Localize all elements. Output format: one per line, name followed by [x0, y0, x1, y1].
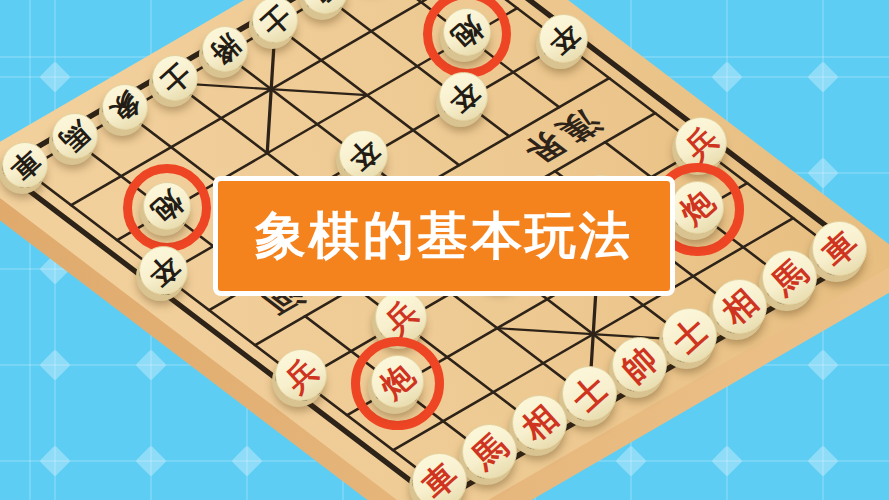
piece-character: 帥 — [616, 341, 663, 388]
piece-red-士[interactable]: 士 — [662, 308, 717, 363]
piece-character: 士 — [666, 312, 713, 359]
piece-red-相[interactable]: 相 — [512, 395, 567, 450]
piece-character: 相 — [716, 283, 763, 330]
piece-black-卒[interactable]: 卒 — [539, 14, 588, 63]
piece-character: 卒 — [343, 134, 384, 175]
piece-red-馬[interactable]: 馬 — [462, 424, 517, 479]
piece-red-炮[interactable]: 炮 — [671, 181, 724, 234]
bg-diamond — [135, 445, 166, 476]
piece-character: 將 — [205, 29, 245, 69]
piece-character: 兵 — [279, 353, 323, 397]
piece-character: 車 — [5, 145, 45, 185]
piece-red-兵[interactable]: 兵 — [275, 349, 327, 401]
piece-character: 馬 — [55, 116, 95, 156]
title-banner: 象棋的基本玩法 — [213, 176, 675, 296]
piece-character: 炮 — [447, 12, 488, 53]
grid-line — [225, 54, 409, 194]
bg-diamond — [711, 61, 742, 92]
piece-red-車[interactable]: 車 — [812, 221, 867, 276]
bg-diamond — [807, 61, 838, 92]
piece-character: 兵 — [679, 121, 723, 165]
bg-diamond — [807, 349, 838, 380]
piece-character: 卒 — [143, 250, 184, 291]
piece-character: 士 — [566, 370, 613, 417]
bg-diamond — [39, 61, 70, 92]
scene: 楚河漢界 車馬象士將士象馬車炮炮卒卒卒卒卒兵兵兵兵兵炮炮車馬相士帥士相馬車 象棋… — [0, 0, 889, 500]
piece-red-車[interactable]: 車 — [412, 453, 467, 500]
piece-character: 車 — [416, 457, 463, 500]
piece-black-卒[interactable]: 卒 — [139, 246, 188, 295]
piece-red-士[interactable]: 士 — [562, 366, 617, 421]
piece-character: 車 — [816, 225, 863, 272]
page-title: 象棋的基本玩法 — [255, 202, 633, 271]
piece-red-相[interactable]: 相 — [712, 279, 767, 334]
piece-red-帥[interactable]: 帥 — [612, 337, 667, 392]
piece-black-卒[interactable]: 卒 — [339, 130, 388, 179]
piece-character: 馬 — [766, 254, 813, 301]
piece-character: 卒 — [543, 18, 584, 59]
bg-diamond — [231, 445, 262, 476]
bg-diamond — [135, 349, 166, 380]
piece-red-馬[interactable]: 馬 — [762, 250, 817, 305]
bg-diamond — [807, 445, 838, 476]
piece-character: 馬 — [466, 428, 513, 475]
piece-red-兵[interactable]: 兵 — [675, 117, 727, 169]
piece-character: 相 — [516, 399, 563, 446]
bg-diamond — [615, 445, 646, 476]
bg-diamond — [807, 157, 838, 188]
piece-character: 士 — [155, 58, 195, 98]
piece-character: 士 — [255, 0, 295, 40]
piece-character: 炮 — [675, 185, 720, 230]
piece-red-炮[interactable]: 炮 — [371, 355, 424, 408]
piece-character: 象 — [105, 87, 145, 127]
piece-red-兵[interactable]: 兵 — [375, 291, 427, 343]
bg-diamond — [39, 445, 70, 476]
piece-character: 卒 — [443, 76, 484, 117]
piece-character: 炮 — [147, 186, 188, 227]
bg-diamond — [711, 445, 742, 476]
river-text-hanjie: 漢界 — [509, 106, 612, 172]
bg-diamond — [39, 349, 70, 380]
piece-character: 炮 — [375, 359, 420, 404]
piece-character: 兵 — [379, 295, 423, 339]
piece-black-卒[interactable]: 卒 — [439, 72, 488, 121]
